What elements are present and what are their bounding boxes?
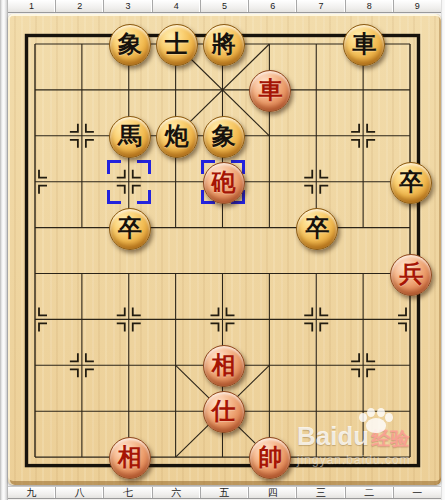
coord-top-9: 9 [394, 0, 441, 12]
piece-glyph: 仕 [212, 391, 236, 431]
coord-bottom-8: 二 [346, 487, 394, 498]
red-piece-仕[interactable]: 仕 [203, 391, 245, 433]
piece-glyph: 炮 [165, 116, 189, 156]
black-piece-卒[interactable]: 卒 [109, 208, 151, 250]
black-piece-炮[interactable]: 炮 [156, 116, 198, 158]
black-piece-卒[interactable]: 卒 [390, 162, 432, 204]
window-left-edge [0, 0, 8, 500]
file-coordinates-bottom: 九八七六五四三二一 [8, 486, 441, 499]
piece-glyph: 馬 [118, 116, 142, 156]
coord-top-1: 1 [8, 0, 56, 12]
piece-glyph: 卒 [399, 162, 423, 202]
xiangqi-board[interactable]: Baidu经验 jingyan.baidu.com 象士將車車馬炮象砲卒卒卒兵相… [8, 14, 441, 485]
red-piece-兵[interactable]: 兵 [390, 254, 432, 296]
red-piece-相[interactable]: 相 [109, 437, 151, 479]
last-move-marker [107, 160, 151, 204]
piece-glyph: 相 [212, 345, 236, 385]
piece-glyph: 象 [118, 24, 142, 64]
coord-top-4: 4 [153, 0, 201, 12]
coord-bottom-2: 八 [56, 487, 104, 498]
red-piece-相[interactable]: 相 [203, 345, 245, 387]
black-piece-車[interactable]: 車 [343, 24, 385, 66]
coord-top-6: 6 [249, 0, 297, 12]
piece-glyph: 相 [118, 437, 142, 477]
piece-glyph: 卒 [118, 208, 142, 248]
red-piece-車[interactable]: 車 [249, 70, 291, 112]
black-piece-象[interactable]: 象 [109, 24, 151, 66]
black-piece-士[interactable]: 士 [156, 24, 198, 66]
black-piece-將[interactable]: 將 [203, 24, 245, 66]
piece-glyph: 車 [258, 70, 282, 110]
black-piece-象[interactable]: 象 [203, 116, 245, 158]
coord-bottom-6: 四 [249, 487, 297, 498]
file-coordinates-top: 123456789 [8, 0, 441, 13]
piece-glyph: 車 [352, 24, 376, 64]
black-piece-馬[interactable]: 馬 [109, 116, 151, 158]
red-piece-砲[interactable]: 砲 [203, 162, 245, 204]
piece-glyph: 兵 [399, 254, 423, 294]
coord-bottom-7: 三 [297, 487, 345, 498]
piece-glyph: 將 [212, 24, 236, 64]
window-right-edge [441, 0, 445, 500]
coord-top-5: 5 [201, 0, 249, 12]
coord-bottom-9: 一 [394, 487, 441, 498]
coord-top-7: 7 [297, 0, 345, 12]
black-piece-卒[interactable]: 卒 [296, 208, 338, 250]
coord-top-2: 2 [56, 0, 104, 12]
coord-bottom-5: 五 [201, 487, 249, 498]
piece-glyph: 卒 [305, 208, 329, 248]
piece-glyph: 士 [165, 24, 189, 64]
coord-bottom-3: 七 [104, 487, 152, 498]
coord-top-3: 3 [104, 0, 152, 12]
coord-bottom-4: 六 [153, 487, 201, 498]
coord-top-8: 8 [346, 0, 394, 12]
piece-glyph: 象 [212, 116, 236, 156]
piece-glyph: 帥 [258, 437, 282, 477]
coord-bottom-1: 九 [8, 487, 56, 498]
piece-glyph: 砲 [212, 162, 236, 202]
